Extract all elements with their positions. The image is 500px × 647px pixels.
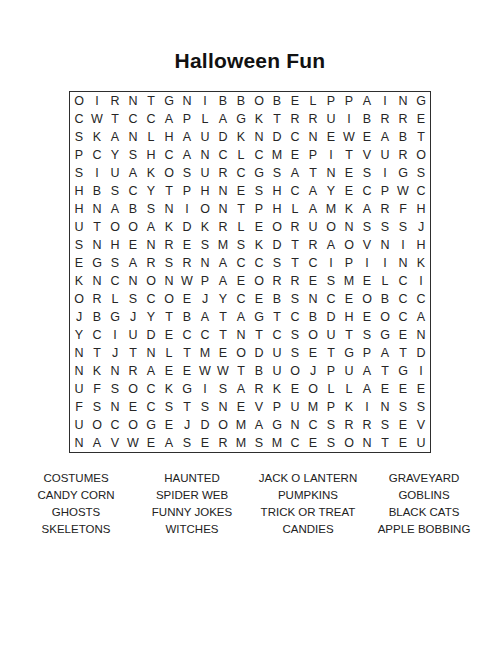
grid-cell[interactable]: B xyxy=(358,110,376,128)
grid-cell[interactable]: G xyxy=(250,308,268,326)
grid-cell[interactable]: O xyxy=(124,416,142,434)
grid-cell[interactable]: O xyxy=(376,308,394,326)
grid-cell[interactable]: S xyxy=(196,398,214,416)
grid-cell[interactable]: U xyxy=(412,434,430,452)
grid-cell[interactable]: S xyxy=(106,182,124,200)
grid-cell[interactable]: S xyxy=(358,218,376,236)
grid-cell[interactable]: C xyxy=(88,326,106,344)
grid-cell[interactable]: C xyxy=(214,146,232,164)
grid-cell[interactable]: O xyxy=(304,326,322,344)
grid-cell[interactable]: A xyxy=(304,200,322,218)
grid-cell[interactable]: S xyxy=(124,146,142,164)
grid-cell[interactable]: C xyxy=(124,182,142,200)
grid-cell[interactable]: R xyxy=(394,110,412,128)
grid-cell[interactable]: P xyxy=(178,182,196,200)
grid-cell[interactable]: C xyxy=(304,254,322,272)
grid-cell[interactable]: A xyxy=(250,416,268,434)
grid-cell[interactable]: G xyxy=(88,254,106,272)
grid-cell[interactable]: A xyxy=(376,128,394,146)
grid-cell[interactable]: A xyxy=(124,254,142,272)
grid-cell[interactable]: N xyxy=(70,434,88,452)
grid-cell[interactable]: D xyxy=(412,344,430,362)
grid-cell[interactable]: Y xyxy=(214,290,232,308)
grid-cell[interactable]: K xyxy=(268,380,286,398)
grid-cell[interactable]: C xyxy=(232,290,250,308)
grid-cell[interactable]: T xyxy=(376,362,394,380)
grid-cell[interactable]: N xyxy=(124,92,142,110)
grid-cell[interactable]: S xyxy=(322,272,340,290)
grid-cell[interactable]: C xyxy=(394,290,412,308)
grid-cell[interactable]: G xyxy=(142,416,160,434)
grid-cell[interactable]: P xyxy=(340,254,358,272)
grid-cell[interactable]: U xyxy=(340,362,358,380)
grid-cell[interactable]: A xyxy=(142,218,160,236)
grid-cell[interactable]: V xyxy=(412,416,430,434)
grid-cell[interactable]: S xyxy=(160,398,178,416)
grid-cell[interactable]: A xyxy=(142,362,160,380)
grid-cell[interactable]: A xyxy=(358,362,376,380)
grid-cell[interactable]: C xyxy=(124,110,142,128)
grid-cell[interactable]: B xyxy=(250,362,268,380)
grid-cell[interactable]: I xyxy=(376,164,394,182)
grid-cell[interactable]: T xyxy=(160,308,178,326)
grid-cell[interactable]: M xyxy=(232,434,250,452)
grid-cell[interactable]: K xyxy=(196,218,214,236)
grid-cell[interactable]: W xyxy=(196,362,214,380)
grid-cell[interactable]: C xyxy=(412,290,430,308)
grid-cell[interactable]: E xyxy=(250,218,268,236)
grid-cell[interactable]: R xyxy=(304,110,322,128)
grid-cell[interactable]: T xyxy=(304,164,322,182)
grid-cell[interactable]: S xyxy=(412,398,430,416)
grid-cell[interactable]: N xyxy=(160,272,178,290)
grid-cell[interactable]: T xyxy=(268,110,286,128)
grid-cell[interactable]: S xyxy=(358,326,376,344)
grid-cell[interactable]: B xyxy=(88,182,106,200)
grid-cell[interactable]: I xyxy=(88,92,106,110)
grid-cell[interactable]: C xyxy=(196,326,214,344)
grid-cell[interactable]: N xyxy=(88,200,106,218)
grid-cell[interactable]: C xyxy=(412,182,430,200)
grid-cell[interactable]: A xyxy=(106,128,124,146)
grid-cell[interactable]: T xyxy=(412,128,430,146)
grid-cell[interactable]: L xyxy=(160,344,178,362)
grid-cell[interactable]: T xyxy=(340,326,358,344)
grid-cell[interactable]: T xyxy=(178,398,196,416)
grid-cell[interactable]: O xyxy=(358,290,376,308)
grid-cell[interactable]: T xyxy=(340,146,358,164)
grid-cell[interactable]: N xyxy=(88,236,106,254)
grid-cell[interactable]: E xyxy=(160,362,178,380)
grid-cell[interactable]: W xyxy=(340,128,358,146)
grid-cell[interactable]: K xyxy=(412,254,430,272)
grid-cell[interactable]: O xyxy=(196,200,214,218)
grid-cell[interactable]: K xyxy=(88,128,106,146)
grid-cell[interactable]: N xyxy=(322,164,340,182)
grid-cell[interactable]: T xyxy=(268,308,286,326)
grid-cell[interactable]: W xyxy=(394,182,412,200)
grid-cell[interactable]: O xyxy=(268,218,286,236)
grid-cell[interactable]: P xyxy=(304,146,322,164)
grid-cell[interactable]: D xyxy=(196,416,214,434)
grid-cell[interactable]: J xyxy=(124,308,142,326)
grid-cell[interactable]: Y xyxy=(106,146,124,164)
grid-cell[interactable]: C xyxy=(142,398,160,416)
grid-cell[interactable]: R xyxy=(124,362,142,380)
grid-cell[interactable]: B xyxy=(214,92,232,110)
grid-cell[interactable]: C xyxy=(106,272,124,290)
grid-cell[interactable]: B xyxy=(178,308,196,326)
grid-cell[interactable]: P xyxy=(250,200,268,218)
grid-cell[interactable]: S xyxy=(160,254,178,272)
grid-cell[interactable]: S xyxy=(70,128,88,146)
grid-cell[interactable]: R xyxy=(376,110,394,128)
grid-cell[interactable]: M xyxy=(304,398,322,416)
grid-cell[interactable]: G xyxy=(106,308,124,326)
grid-cell[interactable]: L xyxy=(286,200,304,218)
grid-cell[interactable]: E xyxy=(304,272,322,290)
grid-cell[interactable]: T xyxy=(88,218,106,236)
grid-cell[interactable]: E xyxy=(232,398,250,416)
grid-cell[interactable]: B xyxy=(268,290,286,308)
grid-cell[interactable]: A xyxy=(286,164,304,182)
grid-cell[interactable]: N xyxy=(106,362,124,380)
grid-cell[interactable]: L xyxy=(232,146,250,164)
grid-cell[interactable]: K xyxy=(250,236,268,254)
grid-cell[interactable]: W xyxy=(124,434,142,452)
grid-cell[interactable]: E xyxy=(178,290,196,308)
grid-cell[interactable]: C xyxy=(286,182,304,200)
grid-cell[interactable]: K xyxy=(250,110,268,128)
grid-cell[interactable]: A xyxy=(412,308,430,326)
grid-cell[interactable]: C xyxy=(394,308,412,326)
grid-cell[interactable]: V xyxy=(358,236,376,254)
grid-cell[interactable]: O xyxy=(70,92,88,110)
grid-cell[interactable]: T xyxy=(214,308,232,326)
grid-cell[interactable]: O xyxy=(340,434,358,452)
grid-cell[interactable]: T xyxy=(322,344,340,362)
grid-cell[interactable]: C xyxy=(286,308,304,326)
grid-cell[interactable]: N xyxy=(142,344,160,362)
grid-cell[interactable]: K xyxy=(340,398,358,416)
grid-cell[interactable]: L xyxy=(322,380,340,398)
grid-cell[interactable]: S xyxy=(88,398,106,416)
grid-cell[interactable]: S xyxy=(268,254,286,272)
grid-cell[interactable]: E xyxy=(286,380,304,398)
grid-cell[interactable]: B xyxy=(232,92,250,110)
grid-cell[interactable]: V xyxy=(250,398,268,416)
grid-cell[interactable]: O xyxy=(160,290,178,308)
grid-cell[interactable]: E xyxy=(178,236,196,254)
grid-cell[interactable]: H xyxy=(70,182,88,200)
grid-cell[interactable]: N xyxy=(376,398,394,416)
grid-cell[interactable]: F xyxy=(88,380,106,398)
grid-cell[interactable]: P xyxy=(178,110,196,128)
grid-cell[interactable]: N xyxy=(196,146,214,164)
grid-cell[interactable]: R xyxy=(214,164,232,182)
grid-cell[interactable]: D xyxy=(178,218,196,236)
grid-cell[interactable]: E xyxy=(178,362,196,380)
grid-cell[interactable]: H xyxy=(160,128,178,146)
grid-cell[interactable]: I xyxy=(412,362,430,380)
grid-cell[interactable]: E xyxy=(412,380,430,398)
grid-cell[interactable]: C xyxy=(304,416,322,434)
grid-cell[interactable]: L xyxy=(304,92,322,110)
grid-cell[interactable]: N xyxy=(286,416,304,434)
grid-cell[interactable]: S xyxy=(70,236,88,254)
grid-cell[interactable]: R xyxy=(358,416,376,434)
grid-cell[interactable]: R xyxy=(286,272,304,290)
grid-cell[interactable]: P xyxy=(70,146,88,164)
grid-cell[interactable]: E xyxy=(358,128,376,146)
grid-cell[interactable]: R xyxy=(394,146,412,164)
grid-cell[interactable]: T xyxy=(232,362,250,380)
grid-cell[interactable]: J xyxy=(178,416,196,434)
grid-cell[interactable]: S xyxy=(394,398,412,416)
grid-cell[interactable]: K xyxy=(88,362,106,380)
grid-cell[interactable]: I xyxy=(322,254,340,272)
grid-cell[interactable]: S xyxy=(106,254,124,272)
grid-cell[interactable]: Y xyxy=(322,182,340,200)
grid-cell[interactable]: A xyxy=(214,110,232,128)
grid-cell[interactable]: K xyxy=(340,200,358,218)
grid-cell[interactable]: V xyxy=(106,434,124,452)
grid-cell[interactable]: S xyxy=(268,164,286,182)
grid-cell[interactable]: A xyxy=(358,380,376,398)
grid-cell[interactable]: U xyxy=(376,146,394,164)
grid-cell[interactable]: O xyxy=(340,236,358,254)
grid-cell[interactable]: S xyxy=(124,290,142,308)
grid-cell[interactable]: D xyxy=(142,326,160,344)
grid-cell[interactable]: E xyxy=(322,128,340,146)
grid-cell[interactable]: E xyxy=(124,398,142,416)
grid-cell[interactable]: R xyxy=(214,434,232,452)
grid-cell[interactable]: E xyxy=(304,434,322,452)
grid-cell[interactable]: U xyxy=(268,344,286,362)
grid-cell[interactable]: G xyxy=(340,344,358,362)
grid-cell[interactable]: A xyxy=(358,200,376,218)
grid-cell[interactable]: E xyxy=(394,326,412,344)
grid-cell[interactable]: H xyxy=(268,200,286,218)
grid-cell[interactable]: P xyxy=(322,398,340,416)
grid-cell[interactable]: S xyxy=(376,416,394,434)
grid-cell[interactable]: N xyxy=(376,236,394,254)
grid-cell[interactable]: U xyxy=(106,164,124,182)
grid-cell[interactable]: L xyxy=(232,218,250,236)
grid-cell[interactable]: G xyxy=(250,164,268,182)
grid-cell[interactable]: G xyxy=(376,326,394,344)
grid-cell[interactable]: H xyxy=(412,200,430,218)
grid-cell[interactable]: D xyxy=(268,128,286,146)
grid-cell[interactable]: U xyxy=(286,398,304,416)
grid-cell[interactable]: N xyxy=(412,326,430,344)
grid-cell[interactable]: C xyxy=(232,164,250,182)
grid-cell[interactable]: B xyxy=(304,308,322,326)
grid-cell[interactable]: L xyxy=(142,128,160,146)
grid-cell[interactable]: K xyxy=(232,128,250,146)
grid-cell[interactable]: R xyxy=(214,218,232,236)
grid-cell[interactable]: O xyxy=(88,416,106,434)
grid-cell[interactable]: N xyxy=(196,254,214,272)
grid-cell[interactable]: C xyxy=(394,272,412,290)
grid-cell[interactable]: J xyxy=(196,290,214,308)
grid-cell[interactable]: E xyxy=(394,434,412,452)
grid-cell[interactable]: S xyxy=(322,434,340,452)
grid-cell[interactable]: N xyxy=(214,182,232,200)
grid-cell[interactable]: O xyxy=(214,416,232,434)
grid-cell[interactable]: S xyxy=(394,218,412,236)
grid-cell[interactable]: M xyxy=(214,236,232,254)
grid-cell[interactable]: O xyxy=(286,362,304,380)
grid-cell[interactable]: P xyxy=(358,344,376,362)
grid-cell[interactable]: T xyxy=(178,344,196,362)
grid-cell[interactable]: I xyxy=(358,398,376,416)
grid-cell[interactable]: B xyxy=(268,92,286,110)
grid-cell[interactable]: R xyxy=(160,236,178,254)
grid-cell[interactable]: G xyxy=(394,164,412,182)
grid-cell[interactable]: U xyxy=(304,218,322,236)
grid-cell[interactable]: I xyxy=(412,272,430,290)
grid-cell[interactable]: T xyxy=(142,92,160,110)
grid-cell[interactable]: G xyxy=(178,380,196,398)
grid-cell[interactable]: C xyxy=(178,326,196,344)
grid-cell[interactable]: D xyxy=(268,236,286,254)
grid-cell[interactable]: R xyxy=(286,110,304,128)
grid-cell[interactable]: L xyxy=(376,272,394,290)
grid-cell[interactable]: G xyxy=(412,92,430,110)
grid-cell[interactable]: R xyxy=(268,272,286,290)
grid-cell[interactable]: O xyxy=(142,272,160,290)
grid-cell[interactable]: A xyxy=(178,128,196,146)
grid-cell[interactable]: J xyxy=(412,218,430,236)
grid-cell[interactable]: C xyxy=(322,290,340,308)
grid-cell[interactable]: F xyxy=(70,398,88,416)
grid-cell[interactable]: U xyxy=(268,362,286,380)
grid-cell[interactable]: P xyxy=(376,182,394,200)
grid-cell[interactable]: O xyxy=(124,218,142,236)
grid-cell[interactable]: N xyxy=(232,326,250,344)
grid-cell[interactable]: O xyxy=(70,290,88,308)
grid-cell[interactable]: Y xyxy=(70,326,88,344)
grid-cell[interactable]: S xyxy=(322,416,340,434)
grid-cell[interactable]: T xyxy=(106,110,124,128)
grid-cell[interactable]: A xyxy=(88,434,106,452)
grid-cell[interactable]: K xyxy=(70,272,88,290)
grid-cell[interactable]: L xyxy=(196,110,214,128)
grid-cell[interactable]: N xyxy=(250,128,268,146)
grid-cell[interactable]: L xyxy=(340,380,358,398)
grid-cell[interactable]: U xyxy=(196,128,214,146)
grid-cell[interactable]: A xyxy=(376,344,394,362)
grid-cell[interactable]: J xyxy=(70,308,88,326)
grid-cell[interactable]: C xyxy=(160,146,178,164)
grid-cell[interactable]: F xyxy=(394,200,412,218)
grid-cell[interactable]: H xyxy=(340,308,358,326)
grid-cell[interactable]: T xyxy=(232,200,250,218)
grid-cell[interactable]: S xyxy=(106,380,124,398)
grid-cell[interactable]: P xyxy=(268,398,286,416)
grid-cell[interactable]: B xyxy=(394,128,412,146)
grid-cell[interactable]: U xyxy=(322,326,340,344)
grid-cell[interactable]: C xyxy=(250,146,268,164)
grid-cell[interactable]: N xyxy=(358,434,376,452)
grid-cell[interactable]: E xyxy=(232,182,250,200)
grid-cell[interactable]: B xyxy=(124,200,142,218)
grid-cell[interactable]: N xyxy=(88,272,106,290)
grid-cell[interactable]: J xyxy=(304,362,322,380)
grid-cell[interactable]: S xyxy=(358,164,376,182)
grid-cell[interactable]: E xyxy=(232,272,250,290)
grid-cell[interactable]: E xyxy=(340,164,358,182)
grid-cell[interactable]: N xyxy=(124,128,142,146)
grid-cell[interactable]: S xyxy=(286,344,304,362)
grid-cell[interactable]: U xyxy=(322,110,340,128)
grid-cell[interactable]: H xyxy=(106,236,124,254)
grid-cell[interactable]: E xyxy=(340,290,358,308)
grid-cell[interactable]: A xyxy=(124,164,142,182)
grid-cell[interactable]: U xyxy=(70,416,88,434)
grid-cell[interactable]: P xyxy=(322,92,340,110)
grid-cell[interactable]: E xyxy=(286,146,304,164)
grid-cell[interactable]: T xyxy=(250,326,268,344)
grid-cell[interactable]: P xyxy=(322,362,340,380)
grid-cell[interactable]: M xyxy=(340,272,358,290)
grid-cell[interactable]: C xyxy=(232,254,250,272)
grid-cell[interactable]: T xyxy=(286,254,304,272)
grid-cell[interactable]: N xyxy=(106,398,124,416)
grid-cell[interactable]: M xyxy=(268,434,286,452)
grid-cell[interactable]: C xyxy=(88,146,106,164)
grid-cell[interactable]: D xyxy=(250,344,268,362)
grid-cell[interactable]: P xyxy=(196,272,214,290)
grid-cell[interactable]: S xyxy=(178,434,196,452)
grid-cell[interactable]: S xyxy=(196,236,214,254)
grid-cell[interactable]: Y xyxy=(142,182,160,200)
grid-cell[interactable]: R xyxy=(340,416,358,434)
grid-cell[interactable]: T xyxy=(124,344,142,362)
grid-cell[interactable]: B xyxy=(376,290,394,308)
grid-cell[interactable]: S xyxy=(376,218,394,236)
grid-cell[interactable]: W xyxy=(214,362,232,380)
grid-cell[interactable]: R xyxy=(142,254,160,272)
grid-cell[interactable]: E xyxy=(142,434,160,452)
grid-cell[interactable]: O xyxy=(304,380,322,398)
grid-cell[interactable]: A xyxy=(304,182,322,200)
grid-cell[interactable]: Y xyxy=(142,308,160,326)
grid-cell[interactable]: C xyxy=(286,434,304,452)
grid-cell[interactable]: S xyxy=(286,326,304,344)
grid-cell[interactable]: J xyxy=(106,344,124,362)
grid-cell[interactable]: I xyxy=(322,146,340,164)
grid-cell[interactable]: A xyxy=(232,380,250,398)
grid-cell[interactable]: R xyxy=(376,200,394,218)
grid-cell[interactable]: I xyxy=(376,254,394,272)
grid-cell[interactable]: O xyxy=(232,344,250,362)
grid-cell[interactable]: E xyxy=(286,92,304,110)
grid-cell[interactable]: P xyxy=(340,92,358,110)
grid-cell[interactable]: E xyxy=(196,434,214,452)
grid-cell[interactable]: M xyxy=(196,344,214,362)
grid-cell[interactable]: N xyxy=(340,218,358,236)
grid-cell[interactable]: C xyxy=(142,380,160,398)
grid-cell[interactable]: K xyxy=(160,380,178,398)
grid-cell[interactable]: M xyxy=(322,200,340,218)
grid-cell[interactable]: A xyxy=(358,92,376,110)
grid-cell[interactable]: E xyxy=(376,380,394,398)
grid-cell[interactable]: N xyxy=(142,236,160,254)
grid-cell[interactable]: E xyxy=(124,236,142,254)
grid-cell[interactable]: I xyxy=(178,200,196,218)
